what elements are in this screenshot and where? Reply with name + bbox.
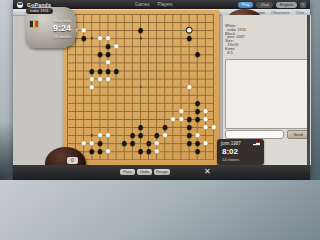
black-stone: ● (128, 139, 136, 147)
black-stone: ● (137, 131, 145, 139)
white-stone: ● (185, 83, 193, 91)
star-point (91, 134, 93, 136)
chat-button[interactable]: Chat (256, 2, 272, 8)
pass-button[interactable]: Pass (120, 169, 135, 175)
topbar-buttons: Play Chat English ≡ (238, 1, 306, 8)
go-board[interactable]: ●●●●●●●●●●●●●●●●●●●●●●●●●●●●●●●●●●●●●●●●… (63, 10, 219, 165)
black-player-card: jonn 1987 8:02 14 stones (217, 139, 264, 165)
white-stone: ● (88, 83, 96, 91)
white-clock: 9:24 (53, 23, 71, 33)
black-stone: ● (185, 34, 193, 42)
black-stone: ● (120, 139, 128, 147)
game-info-line: 6.5 (225, 51, 305, 55)
undo-button[interactable]: Undo (137, 169, 152, 175)
chat-input[interactable] (225, 130, 284, 139)
black-stone: ● (112, 67, 120, 75)
language-button[interactable]: English (276, 2, 297, 8)
menu-item-games[interactable]: Games (135, 2, 150, 7)
white-stone: ● (177, 115, 185, 123)
white-stone: ● (80, 139, 88, 147)
black-stone: ● (96, 147, 104, 155)
black-stone: ● (88, 147, 96, 155)
menu-item-players[interactable]: Players (158, 2, 173, 7)
white-stone: ● (104, 147, 112, 155)
white-player-card: tudor 1911 Main time 9:24 25 stones (25, 7, 76, 48)
play-button[interactable]: Play (238, 2, 254, 8)
chat-input-row: Send (225, 130, 309, 138)
black-stone: ● (80, 34, 88, 42)
black-stone: ● (145, 147, 153, 155)
white-stone: ● (161, 131, 169, 139)
black-stone: ● (193, 50, 201, 58)
star-point (139, 86, 141, 88)
white-stone: ● (96, 34, 104, 42)
tab-chat[interactable]: Chat (296, 10, 304, 15)
black-stone: ● (185, 139, 193, 147)
game-info-list: White: tudor 1911Black: jonn 1987Size: 1… (225, 24, 305, 54)
black-clock: 8:02 (222, 147, 238, 156)
black-stone: ● (96, 50, 104, 58)
chat-messages-box[interactable] (225, 59, 310, 129)
white-stone: ● (153, 147, 161, 155)
resign-button[interactable]: Resign (154, 169, 170, 175)
white-stone: ● (104, 131, 112, 139)
white-stone: ● (112, 42, 120, 50)
board-grid: ●●●●●●●●●●●●●●●●●●●●●●●●●●●●●●●●●●●●●●●●… (67, 14, 214, 161)
white-stone: ● (202, 123, 210, 131)
white-stone: ● (210, 123, 218, 131)
white-overtime: 25 stones (54, 34, 71, 39)
panel-scrollbar[interactable] (307, 15, 310, 165)
menu-items: Games Players (135, 0, 173, 9)
tab-observers[interactable]: Observers (271, 10, 289, 15)
white-stone: ● (96, 75, 104, 83)
black-stone: ● (193, 147, 201, 155)
bottom-toolbar: Pass Undo Resign ✕ (13, 165, 310, 180)
star-point (139, 37, 141, 39)
panda-logo-icon (17, 2, 23, 8)
white-stone: ● (202, 139, 210, 147)
close-board-icon[interactable]: ✕ (204, 167, 211, 177)
white-stone: ● (104, 75, 112, 83)
black-player-flag-icon (253, 142, 260, 147)
game-action-buttons: Pass Undo Resign (120, 169, 170, 175)
menu-icon[interactable]: ≡ (300, 2, 306, 8)
white-player-name: tudor 1911 (26, 8, 53, 14)
black-stone: ● (137, 147, 145, 155)
gopanda-window: GoPanda Games Players Play Chat English … (13, 0, 310, 180)
black-overtime: 14 stones (222, 157, 239, 162)
black-captures-badge: 0 (67, 157, 78, 164)
send-button[interactable]: Send (287, 130, 309, 139)
black-player-name: jonn 1987 (221, 141, 241, 146)
black-stone: ● (137, 26, 145, 34)
white-player-flag-icon (30, 21, 38, 27)
white-stone: ● (169, 115, 177, 123)
black-stone: ● (193, 115, 201, 123)
star-point (91, 37, 93, 39)
